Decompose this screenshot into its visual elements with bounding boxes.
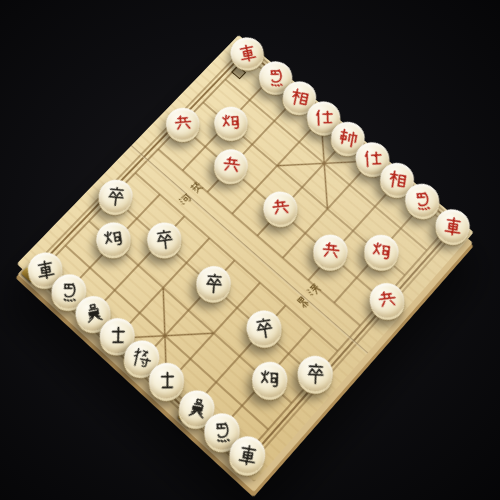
black-advisor-character-icon xyxy=(106,325,128,346)
red-advisor-character-icon xyxy=(362,148,384,168)
black-soldier-character-icon xyxy=(252,316,276,340)
red-chariot-character-icon xyxy=(235,42,259,64)
black-horse-character-icon xyxy=(58,281,80,302)
board-grid xyxy=(17,35,474,482)
red-soldier-character-icon xyxy=(375,288,399,311)
black-advisor-character-icon xyxy=(156,369,178,391)
black-elephant-character-icon xyxy=(81,301,106,326)
product-photo-scene: Folding wooden Chinese chess (xiangqi) s… xyxy=(0,0,500,500)
black-soldier-character-icon xyxy=(202,272,225,294)
red-soldier-character-icon xyxy=(220,154,243,176)
black-chariot-character-icon xyxy=(33,257,57,281)
red-cannon-character-icon xyxy=(370,240,393,263)
black-general-character-icon xyxy=(129,345,155,370)
black-soldier-character-icon xyxy=(104,185,127,207)
black-cannon-character-icon xyxy=(101,227,125,251)
black-cannon-character-icon xyxy=(259,368,281,390)
red-elephant-character-icon xyxy=(385,168,408,191)
red-horse-character-icon xyxy=(411,190,434,211)
black-soldier-character-icon xyxy=(153,228,176,251)
red-general-character-icon xyxy=(336,126,360,149)
red-chariot-character-icon xyxy=(441,214,464,237)
black-elephant-character-icon xyxy=(184,395,210,421)
red-advisor-character-icon xyxy=(313,107,334,127)
xiangqi-board[interactable] xyxy=(17,35,474,482)
black-chariot-character-icon xyxy=(235,442,260,468)
black-soldier-character-icon xyxy=(304,362,326,385)
red-elephant-character-icon xyxy=(288,86,312,109)
red-soldier-character-icon xyxy=(269,197,292,219)
black-horse-character-icon xyxy=(211,420,233,443)
red-soldier-character-icon xyxy=(172,113,194,134)
red-soldier-character-icon xyxy=(319,240,342,263)
red-horse-character-icon xyxy=(266,67,286,86)
red-cannon-character-icon xyxy=(220,112,242,133)
